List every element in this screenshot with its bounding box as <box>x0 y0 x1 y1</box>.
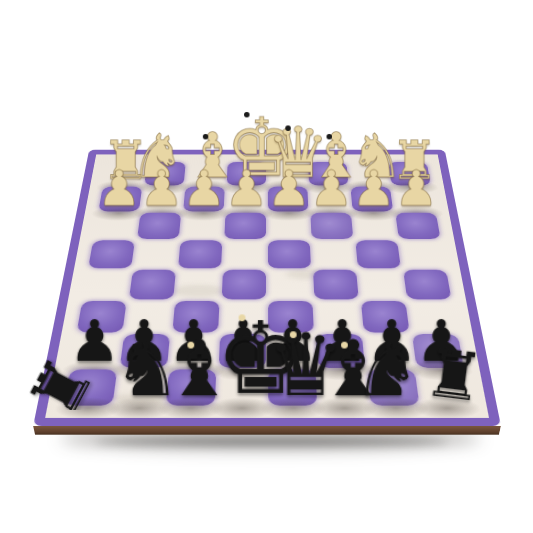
piece-white-pawn-b2[interactable]: ♟ <box>351 165 393 212</box>
square-a8[interactable]: ♜ <box>415 368 471 406</box>
piece-black-knight-g8[interactable]: ♞ <box>113 335 164 406</box>
square-d8[interactable]: ♛ <box>267 368 318 406</box>
piece-white-pawn-h2[interactable]: ♟ <box>97 165 139 212</box>
piece-white-pawn-a2[interactable]: ♟ <box>394 165 436 212</box>
board-squares: ♜♞♝♚♛♝♞♜♟♟♟♟♟♟♟♟♟♟♟♟♟♟♟♟♜♞♝♚♛♝♞♜ <box>62 161 472 406</box>
square-c2[interactable]: ♟ <box>308 186 352 212</box>
square-h4[interactable] <box>87 239 136 268</box>
purple-square-paint <box>355 240 401 268</box>
piece-black-pawn-h7[interactable]: ♟ <box>68 314 118 368</box>
purple-square-paint <box>395 212 440 238</box>
purple-square-paint <box>313 269 359 299</box>
square-b5[interactable] <box>357 269 406 300</box>
square-e3[interactable] <box>223 212 267 240</box>
square-h8[interactable]: ♜ <box>62 368 118 406</box>
square-g3[interactable] <box>135 212 181 240</box>
square-e8[interactable]: ♚ <box>215 368 266 406</box>
board-surface: ♜♞♝♚♛♝♞♜♟♟♟♟♟♟♟♟♟♟♟♟♟♟♟♟♜♞♝♚♛♝♞♜ <box>33 149 501 425</box>
purple-square-paint <box>128 269 175 299</box>
piece-black-rook-a8[interactable]: ♜ <box>420 341 478 409</box>
square-f2[interactable]: ♟ <box>182 186 226 212</box>
chessboard-photo: ♜♞♝♚♛♝♞♜♟♟♟♟♟♟♟♟♟♟♟♟♟♟♟♟♜♞♝♚♛♝♞♜ <box>0 0 533 533</box>
square-h5[interactable] <box>81 269 132 300</box>
square-c3[interactable] <box>309 212 354 240</box>
square-a2[interactable]: ♟ <box>390 186 436 212</box>
square-f5[interactable] <box>174 269 222 300</box>
square-f3[interactable] <box>179 212 224 240</box>
square-h3[interactable] <box>92 212 139 240</box>
purple-square-paint <box>221 269 265 299</box>
piece-white-pawn-d2[interactable]: ♟ <box>267 165 309 212</box>
purple-square-paint <box>267 240 310 268</box>
square-d2[interactable]: ♟ <box>267 186 309 212</box>
square-g8[interactable]: ♞ <box>113 368 168 406</box>
piece-white-pawn-g2[interactable]: ♟ <box>139 165 181 212</box>
square-e4[interactable] <box>222 239 267 268</box>
purple-square-paint <box>88 240 135 268</box>
square-h2[interactable]: ♟ <box>97 186 143 212</box>
piece-black-queen-d8[interactable]: ♛ <box>267 324 318 406</box>
board: ♜♞♝♚♛♝♞♜♟♟♟♟♟♟♟♟♟♟♟♟♟♟♟♟♜♞♝♚♛♝♞♜ <box>33 149 501 425</box>
scene: ♜♞♝♚♛♝♞♜♟♟♟♟♟♟♟♟♟♟♟♟♟♟♟♟♜♞♝♚♛♝♞♜ <box>0 0 533 533</box>
square-g4[interactable] <box>132 239 180 268</box>
purple-square-paint <box>403 269 451 299</box>
square-d4[interactable] <box>267 239 312 268</box>
piece-white-pawn-c2[interactable]: ♟ <box>309 165 351 212</box>
square-c4[interactable] <box>310 239 356 268</box>
purple-square-paint <box>310 212 353 238</box>
square-b3[interactable] <box>351 212 397 240</box>
square-b2[interactable]: ♟ <box>349 186 394 212</box>
square-a5[interactable] <box>402 269 453 300</box>
piece-white-pawn-e2[interactable]: ♟ <box>224 165 266 212</box>
square-c5[interactable] <box>312 269 360 300</box>
square-e5[interactable] <box>220 269 266 300</box>
purple-square-paint <box>137 212 181 238</box>
piece-black-king-e8[interactable]: ♚ <box>215 311 266 406</box>
purple-square-paint <box>178 240 222 268</box>
square-e2[interactable]: ♟ <box>224 186 266 212</box>
square-a4[interactable] <box>398 239 447 268</box>
square-a3[interactable] <box>394 212 441 240</box>
piece-black-knight-b8[interactable]: ♞ <box>369 335 420 406</box>
square-g5[interactable] <box>127 269 176 300</box>
square-g2[interactable]: ♟ <box>139 186 184 212</box>
square-b8[interactable]: ♞ <box>366 368 421 406</box>
purple-square-paint <box>224 212 266 238</box>
square-f4[interactable] <box>177 239 223 268</box>
square-d3[interactable] <box>267 212 311 240</box>
square-d5[interactable] <box>267 269 313 300</box>
square-b4[interactable] <box>354 239 402 268</box>
board-front-edge <box>33 425 501 434</box>
piece-white-pawn-f2[interactable]: ♟ <box>182 165 224 212</box>
